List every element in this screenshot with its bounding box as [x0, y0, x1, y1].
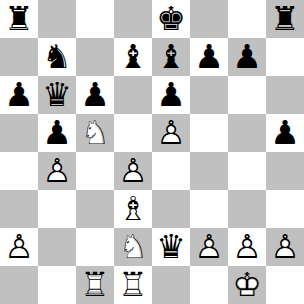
square-e4[interactable] [152, 152, 190, 190]
white-pawn-a2[interactable]: ♟♙ [0, 228, 38, 266]
piece-glyph: ♚ [152, 0, 190, 38]
black-queen-e2[interactable]: ♛ [152, 228, 190, 266]
piece-outline: ♙ [38, 152, 76, 190]
piece-glyph: ♛ [152, 228, 190, 266]
square-c8[interactable] [76, 0, 114, 38]
black-pawn-a6[interactable]: ♟ [0, 76, 38, 114]
square-f4[interactable] [190, 152, 228, 190]
square-e5[interactable]: ♟♙ [152, 114, 190, 152]
chess-board: ♜♚♜♞♝♝♟♟♟♛♟♟♟♞♘♟♙♟♟♙♟♙♝♗♟♙♞♘♛♟♙♟♙♟♙♜♖♜♖♚… [0, 0, 304, 304]
square-a7[interactable] [0, 38, 38, 76]
square-b2[interactable] [38, 228, 76, 266]
white-rook-c1[interactable]: ♜♖ [76, 266, 114, 304]
piece-outline: ♖ [76, 266, 114, 304]
square-d3[interactable]: ♝♗ [114, 190, 152, 228]
square-h6[interactable] [266, 76, 304, 114]
square-h4[interactable] [266, 152, 304, 190]
square-g8[interactable] [228, 0, 266, 38]
square-e7[interactable]: ♝ [152, 38, 190, 76]
piece-glyph: ♟ [76, 76, 114, 114]
square-g2[interactable]: ♟♙ [228, 228, 266, 266]
white-pawn-e5[interactable]: ♟♙ [152, 114, 190, 152]
square-b3[interactable] [38, 190, 76, 228]
black-rook-a8[interactable]: ♜ [0, 0, 38, 38]
white-knight-d2[interactable]: ♞♘ [114, 228, 152, 266]
square-c7[interactable] [76, 38, 114, 76]
piece-outline: ♙ [0, 228, 38, 266]
piece-glyph: ♟ [228, 38, 266, 76]
piece-outline: ♙ [114, 152, 152, 190]
square-b5[interactable]: ♟ [38, 114, 76, 152]
black-queen-b6[interactable]: ♛ [38, 76, 76, 114]
square-f3[interactable] [190, 190, 228, 228]
piece-glyph: ♟ [266, 114, 304, 152]
piece-outline: ♖ [114, 266, 152, 304]
piece-glyph: ♟ [190, 38, 228, 76]
square-d6[interactable] [114, 76, 152, 114]
piece-glyph: ♟ [38, 114, 76, 152]
black-pawn-g7[interactable]: ♟ [228, 38, 266, 76]
black-pawn-f7[interactable]: ♟ [190, 38, 228, 76]
square-c3[interactable] [76, 190, 114, 228]
square-c6[interactable]: ♟ [76, 76, 114, 114]
square-g3[interactable] [228, 190, 266, 228]
square-f8[interactable] [190, 0, 228, 38]
piece-outline: ♙ [266, 228, 304, 266]
black-pawn-b5[interactable]: ♟ [38, 114, 76, 152]
square-h2[interactable]: ♟♙ [266, 228, 304, 266]
square-c1[interactable]: ♜♖ [76, 266, 114, 304]
square-d5[interactable] [114, 114, 152, 152]
square-d4[interactable]: ♟♙ [114, 152, 152, 190]
piece-outline: ♔ [228, 266, 266, 304]
piece-glyph: ♝ [114, 38, 152, 76]
square-f2[interactable]: ♟♙ [190, 228, 228, 266]
white-king-g1[interactable]: ♚♔ [228, 266, 266, 304]
piece-glyph: ♜ [0, 0, 38, 38]
piece-glyph: ♞ [38, 38, 76, 76]
piece-glyph: ♛ [38, 76, 76, 114]
white-pawn-b4[interactable]: ♟♙ [38, 152, 76, 190]
black-pawn-c6[interactable]: ♟ [76, 76, 114, 114]
square-d2[interactable]: ♞♘ [114, 228, 152, 266]
piece-outline: ♙ [190, 228, 228, 266]
square-b8[interactable] [38, 0, 76, 38]
square-e3[interactable] [152, 190, 190, 228]
piece-outline: ♘ [114, 228, 152, 266]
square-c2[interactable] [76, 228, 114, 266]
square-a1[interactable] [0, 266, 38, 304]
square-f6[interactable] [190, 76, 228, 114]
square-a2[interactable]: ♟♙ [0, 228, 38, 266]
square-a3[interactable] [0, 190, 38, 228]
black-knight-b7[interactable]: ♞ [38, 38, 76, 76]
square-a5[interactable] [0, 114, 38, 152]
piece-glyph: ♜ [266, 0, 304, 38]
square-d8[interactable] [114, 0, 152, 38]
square-g7[interactable]: ♟ [228, 38, 266, 76]
square-b4[interactable]: ♟♙ [38, 152, 76, 190]
square-h7[interactable] [266, 38, 304, 76]
black-rook-h8[interactable]: ♜ [266, 0, 304, 38]
black-bishop-d7[interactable]: ♝ [114, 38, 152, 76]
square-g1[interactable]: ♚♔ [228, 266, 266, 304]
piece-glyph: ♟ [152, 76, 190, 114]
square-h5[interactable]: ♟ [266, 114, 304, 152]
square-h3[interactable] [266, 190, 304, 228]
square-b1[interactable] [38, 266, 76, 304]
square-h1[interactable] [266, 266, 304, 304]
black-pawn-h5[interactable]: ♟ [266, 114, 304, 152]
square-e2[interactable]: ♛ [152, 228, 190, 266]
piece-outline: ♗ [114, 190, 152, 228]
white-pawn-f2[interactable]: ♟♙ [190, 228, 228, 266]
square-a6[interactable]: ♟ [0, 76, 38, 114]
white-bishop-d3[interactable]: ♝♗ [114, 190, 152, 228]
white-pawn-d4[interactable]: ♟♙ [114, 152, 152, 190]
square-a4[interactable] [0, 152, 38, 190]
square-e1[interactable] [152, 266, 190, 304]
piece-glyph: ♟ [0, 76, 38, 114]
square-f1[interactable] [190, 266, 228, 304]
piece-outline: ♘ [76, 114, 114, 152]
white-pawn-h2[interactable]: ♟♙ [266, 228, 304, 266]
square-a8[interactable]: ♜ [0, 0, 38, 38]
square-c4[interactable] [76, 152, 114, 190]
piece-outline: ♙ [228, 228, 266, 266]
square-e6[interactable]: ♟ [152, 76, 190, 114]
square-g6[interactable] [228, 76, 266, 114]
square-f5[interactable] [190, 114, 228, 152]
black-pawn-e6[interactable]: ♟ [152, 76, 190, 114]
piece-outline: ♙ [152, 114, 190, 152]
square-b6[interactable]: ♛ [38, 76, 76, 114]
square-b7[interactable]: ♞ [38, 38, 76, 76]
square-g5[interactable] [228, 114, 266, 152]
square-d7[interactable]: ♝ [114, 38, 152, 76]
square-h8[interactable]: ♜ [266, 0, 304, 38]
square-d1[interactable]: ♜♖ [114, 266, 152, 304]
square-c5[interactable]: ♞♘ [76, 114, 114, 152]
white-pawn-g2[interactable]: ♟♙ [228, 228, 266, 266]
white-knight-c5[interactable]: ♞♘ [76, 114, 114, 152]
square-g4[interactable] [228, 152, 266, 190]
black-bishop-e7[interactable]: ♝ [152, 38, 190, 76]
square-e8[interactable]: ♚ [152, 0, 190, 38]
piece-glyph: ♝ [152, 38, 190, 76]
black-king-e8[interactable]: ♚ [152, 0, 190, 38]
square-f7[interactable]: ♟ [190, 38, 228, 76]
white-rook-d1[interactable]: ♜♖ [114, 266, 152, 304]
